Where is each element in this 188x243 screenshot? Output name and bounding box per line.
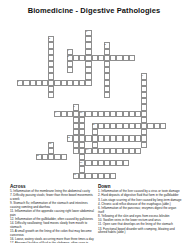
grid-cell[interactable] <box>129 55 135 61</box>
grid-cell[interactable] <box>61 154 67 160</box>
grid-cell[interactable] <box>85 80 91 86</box>
grid-cell[interactable] <box>123 160 129 166</box>
grid-cell[interactable] <box>104 92 110 98</box>
down-clues-section: Down 1. Inflammation of the liver caused… <box>98 184 182 236</box>
across-clue-list: 5. Inflammation of the membrane lining t… <box>10 190 94 243</box>
grid-cell[interactable] <box>141 142 147 148</box>
grid-cell[interactable] <box>110 173 116 179</box>
grid-cell[interactable] <box>48 92 54 98</box>
crossword-grid: 1234567891011121314151617 <box>0 0 188 185</box>
grid-cell[interactable] <box>135 148 141 154</box>
grid-cell[interactable] <box>67 67 73 73</box>
down-clue-list: 1. Inflammation of the liver caused by a… <box>98 190 182 235</box>
across-clues-section: Across 5. Inflammation of the membrane l… <box>10 184 94 243</box>
down-clue: 13. Functional bowel disorder with cramp… <box>98 228 182 235</box>
grid-cell[interactable] <box>160 123 166 129</box>
